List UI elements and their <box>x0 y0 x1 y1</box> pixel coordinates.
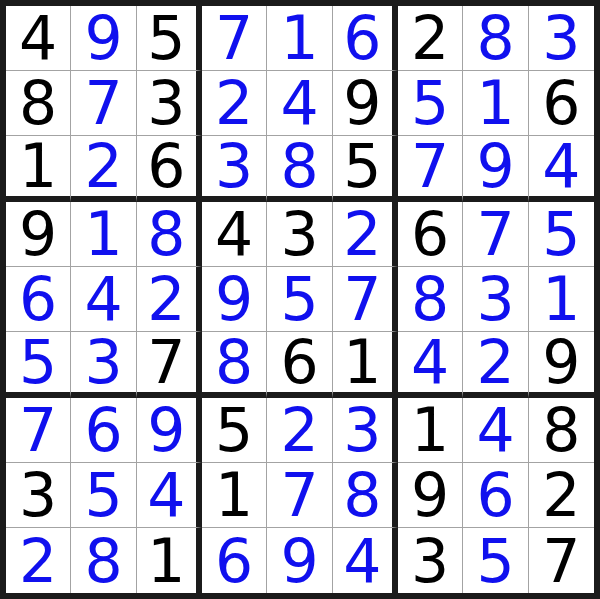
cell-r8c2[interactable]: 5 <box>71 463 136 528</box>
cell-r1c6[interactable]: 6 <box>333 6 398 71</box>
solved-digit: 2 <box>215 73 253 133</box>
cell-r6c7[interactable]: 4 <box>398 332 463 398</box>
given-digit: 5 <box>215 400 253 460</box>
solved-digit: 7 <box>84 73 122 133</box>
cell-r3c8[interactable]: 9 <box>463 136 528 202</box>
given-digit: 5 <box>343 136 381 196</box>
cell-r1c5[interactable]: 1 <box>267 6 332 71</box>
cell-r7c9[interactable]: 8 <box>529 398 594 463</box>
given-digit: 1 <box>411 400 449 460</box>
cell-r9c7[interactable]: 3 <box>398 528 463 593</box>
solved-digit: 6 <box>19 269 57 329</box>
solved-digit: 5 <box>476 531 514 591</box>
cell-r4c4[interactable]: 4 <box>202 202 267 267</box>
solved-digit: 9 <box>280 531 318 591</box>
cell-r2c2[interactable]: 7 <box>71 71 136 136</box>
solved-digit: 1 <box>542 269 580 329</box>
cell-r4c2[interactable]: 1 <box>71 202 136 267</box>
solved-digit: 5 <box>19 332 57 392</box>
solved-digit: 3 <box>542 8 580 68</box>
solved-digit: 6 <box>215 531 253 591</box>
cell-r8c9[interactable]: 2 <box>529 463 594 528</box>
solved-digit: 4 <box>542 136 580 196</box>
cell-r3c1[interactable]: 1 <box>6 136 71 202</box>
given-digit: 3 <box>411 531 449 591</box>
given-digit: 4 <box>215 204 253 264</box>
given-digit: 9 <box>19 204 57 264</box>
given-digit: 7 <box>542 531 580 591</box>
solved-digit: 2 <box>19 531 57 591</box>
solved-digit: 4 <box>84 269 122 329</box>
solved-digit: 7 <box>476 204 514 264</box>
cell-r5c4[interactable]: 9 <box>202 267 267 332</box>
solved-digit: 2 <box>280 400 318 460</box>
cell-r3c9[interactable]: 4 <box>529 136 594 202</box>
cell-r7c3[interactable]: 9 <box>137 398 202 463</box>
cell-r8c1[interactable]: 3 <box>6 463 71 528</box>
cell-r1c1[interactable]: 4 <box>6 6 71 71</box>
solved-digit: 9 <box>476 136 514 196</box>
solved-digit: 8 <box>280 136 318 196</box>
given-digit: 9 <box>343 73 381 133</box>
cell-r4c7[interactable]: 6 <box>398 202 463 267</box>
given-digit: 7 <box>147 332 185 392</box>
cell-r1c8[interactable]: 8 <box>463 6 528 71</box>
solved-digit: 8 <box>343 465 381 525</box>
cell-r8c7[interactable]: 9 <box>398 463 463 528</box>
cell-r5c2[interactable]: 4 <box>71 267 136 332</box>
cell-r6c2[interactable]: 3 <box>71 332 136 398</box>
cell-r9c3[interactable]: 1 <box>137 528 202 593</box>
given-digit: 4 <box>19 8 57 68</box>
cell-r3c4[interactable]: 3 <box>202 136 267 202</box>
solved-digit: 8 <box>147 204 185 264</box>
solved-digit: 4 <box>476 400 514 460</box>
given-digit: 9 <box>542 332 580 392</box>
solved-digit: 2 <box>343 204 381 264</box>
solved-digit: 4 <box>280 73 318 133</box>
cell-r7c2[interactable]: 6 <box>71 398 136 463</box>
solved-digit: 8 <box>411 269 449 329</box>
solved-digit: 5 <box>411 73 449 133</box>
solved-digit: 4 <box>343 531 381 591</box>
given-digit: 2 <box>542 465 580 525</box>
cell-r5c9[interactable]: 1 <box>529 267 594 332</box>
cell-r3c6[interactable]: 5 <box>333 136 398 202</box>
cell-r9c1[interactable]: 2 <box>6 528 71 593</box>
given-digit: 1 <box>215 465 253 525</box>
cell-r8c3[interactable]: 4 <box>137 463 202 528</box>
solved-digit: 8 <box>215 332 253 392</box>
solved-digit: 5 <box>542 204 580 264</box>
cell-r5c5[interactable]: 5 <box>267 267 332 332</box>
cell-r1c4[interactable]: 7 <box>202 6 267 71</box>
solved-digit: 3 <box>84 332 122 392</box>
cell-r9c8[interactable]: 5 <box>463 528 528 593</box>
cell-r2c7[interactable]: 5 <box>398 71 463 136</box>
cell-r8c8[interactable]: 6 <box>463 463 528 528</box>
cell-r4c9[interactable]: 5 <box>529 202 594 267</box>
given-digit: 3 <box>147 73 185 133</box>
cell-r7c7[interactable]: 1 <box>398 398 463 463</box>
cell-r3c2[interactable]: 2 <box>71 136 136 202</box>
cell-r2c5[interactable]: 4 <box>267 71 332 136</box>
cell-r5c7[interactable]: 8 <box>398 267 463 332</box>
cell-r1c7[interactable]: 2 <box>398 6 463 71</box>
cell-r4c3[interactable]: 8 <box>137 202 202 267</box>
given-digit: 1 <box>147 531 185 591</box>
cell-r2c1[interactable]: 8 <box>6 71 71 136</box>
solved-digit: 2 <box>84 136 122 196</box>
solved-digit: 8 <box>476 8 514 68</box>
cell-r2c6[interactable]: 9 <box>333 71 398 136</box>
cell-r7c4[interactable]: 5 <box>202 398 267 463</box>
given-digit: 8 <box>19 73 57 133</box>
solved-digit: 2 <box>476 332 514 392</box>
cell-r9c5[interactable]: 9 <box>267 528 332 593</box>
cell-r6c1[interactable]: 5 <box>6 332 71 398</box>
cell-r9c6[interactable]: 4 <box>333 528 398 593</box>
given-digit: 8 <box>542 400 580 460</box>
cell-r4c1[interactable]: 9 <box>6 202 71 267</box>
cell-r6c6[interactable]: 1 <box>333 332 398 398</box>
cell-r1c3[interactable]: 5 <box>137 6 202 71</box>
given-digit: 9 <box>411 465 449 525</box>
cell-r7c5[interactable]: 2 <box>267 398 332 463</box>
solved-digit: 5 <box>280 269 318 329</box>
cell-r5c8[interactable]: 3 <box>463 267 528 332</box>
cell-r6c4[interactable]: 8 <box>202 332 267 398</box>
solved-digit: 6 <box>84 400 122 460</box>
cell-r6c8[interactable]: 2 <box>463 332 528 398</box>
cell-r2c8[interactable]: 1 <box>463 71 528 136</box>
cell-r8c4[interactable]: 1 <box>202 463 267 528</box>
solved-digit: 9 <box>84 8 122 68</box>
solved-digit: 9 <box>147 400 185 460</box>
solved-digit: 6 <box>343 8 381 68</box>
cell-r3c7[interactable]: 7 <box>398 136 463 202</box>
solved-digit: 1 <box>84 204 122 264</box>
solved-digit: 7 <box>280 465 318 525</box>
cell-r9c4[interactable]: 6 <box>202 528 267 593</box>
given-digit: 3 <box>280 204 318 264</box>
solved-digit: 2 <box>147 269 185 329</box>
given-digit: 2 <box>411 8 449 68</box>
cell-r4c5[interactable]: 3 <box>267 202 332 267</box>
cell-r9c9[interactable]: 7 <box>529 528 594 593</box>
cell-r6c3[interactable]: 7 <box>137 332 202 398</box>
solved-digit: 7 <box>343 269 381 329</box>
solved-digit: 3 <box>215 136 253 196</box>
cell-r9c2[interactable]: 8 <box>71 528 136 593</box>
given-digit: 6 <box>542 73 580 133</box>
cell-r2c3[interactable]: 3 <box>137 71 202 136</box>
given-digit: 6 <box>280 332 318 392</box>
given-digit: 6 <box>411 204 449 264</box>
solved-digit: 8 <box>84 531 122 591</box>
cell-r7c8[interactable]: 4 <box>463 398 528 463</box>
given-digit: 1 <box>19 136 57 196</box>
solved-digit: 4 <box>411 332 449 392</box>
given-digit: 1 <box>343 332 381 392</box>
cell-r6c9[interactable]: 9 <box>529 332 594 398</box>
cell-r8c5[interactable]: 7 <box>267 463 332 528</box>
cell-r1c2[interactable]: 9 <box>71 6 136 71</box>
solved-digit: 7 <box>411 136 449 196</box>
cell-r6c5[interactable]: 6 <box>267 332 332 398</box>
solved-digit: 1 <box>476 73 514 133</box>
solved-digit: 7 <box>19 400 57 460</box>
solved-digit: 9 <box>215 269 253 329</box>
solved-digit: 3 <box>343 400 381 460</box>
solved-digit: 7 <box>215 8 253 68</box>
given-digit: 3 <box>19 465 57 525</box>
solved-digit: 4 <box>147 465 185 525</box>
given-digit: 6 <box>147 136 185 196</box>
solved-digit: 6 <box>476 465 514 525</box>
cell-r2c4[interactable]: 2 <box>202 71 267 136</box>
cell-r8c6[interactable]: 8 <box>333 463 398 528</box>
cell-r7c6[interactable]: 3 <box>333 398 398 463</box>
solved-digit: 5 <box>84 465 122 525</box>
cell-r5c1[interactable]: 6 <box>6 267 71 332</box>
cell-r3c5[interactable]: 8 <box>267 136 332 202</box>
cell-r2c9[interactable]: 6 <box>529 71 594 136</box>
cell-r1c9[interactable]: 3 <box>529 6 594 71</box>
cell-r4c6[interactable]: 2 <box>333 202 398 267</box>
cell-r5c6[interactable]: 7 <box>333 267 398 332</box>
cell-r3c3[interactable]: 6 <box>137 136 202 202</box>
cell-r7c1[interactable]: 7 <box>6 398 71 463</box>
sudoku-board: 4957162838732495161263857949184326756429… <box>0 0 600 599</box>
cell-r4c8[interactable]: 7 <box>463 202 528 267</box>
solved-digit: 1 <box>280 8 318 68</box>
cell-r5c3[interactable]: 2 <box>137 267 202 332</box>
solved-digit: 3 <box>476 269 514 329</box>
given-digit: 5 <box>147 8 185 68</box>
